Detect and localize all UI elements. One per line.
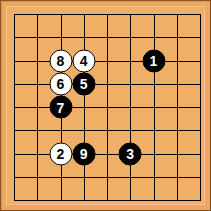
stone-black-5: 5	[72, 72, 95, 95]
stone-move-number: 3	[126, 147, 134, 161]
stone-white-4: 4	[72, 49, 95, 72]
stones-layer: 123456789	[1, 1, 210, 210]
stone-move-number: 4	[80, 54, 88, 68]
stone-black-3: 3	[119, 142, 142, 165]
stone-move-number: 6	[57, 77, 65, 91]
stone-move-number: 7	[57, 100, 65, 114]
stone-black-9: 9	[72, 142, 95, 165]
go-board-frame: 123456789	[0, 0, 211, 211]
go-board[interactable]: 123456789	[1, 1, 210, 210]
stone-white-8: 8	[49, 49, 72, 72]
stone-move-number: 5	[80, 77, 88, 91]
stone-move-number: 9	[80, 147, 88, 161]
stone-black-7: 7	[49, 96, 72, 119]
stone-white-2: 2	[49, 142, 72, 165]
stone-move-number: 2	[57, 147, 65, 161]
stone-move-number: 8	[57, 54, 65, 68]
stone-move-number: 1	[150, 54, 158, 68]
stone-black-1: 1	[142, 49, 165, 72]
stone-white-6: 6	[49, 72, 72, 95]
